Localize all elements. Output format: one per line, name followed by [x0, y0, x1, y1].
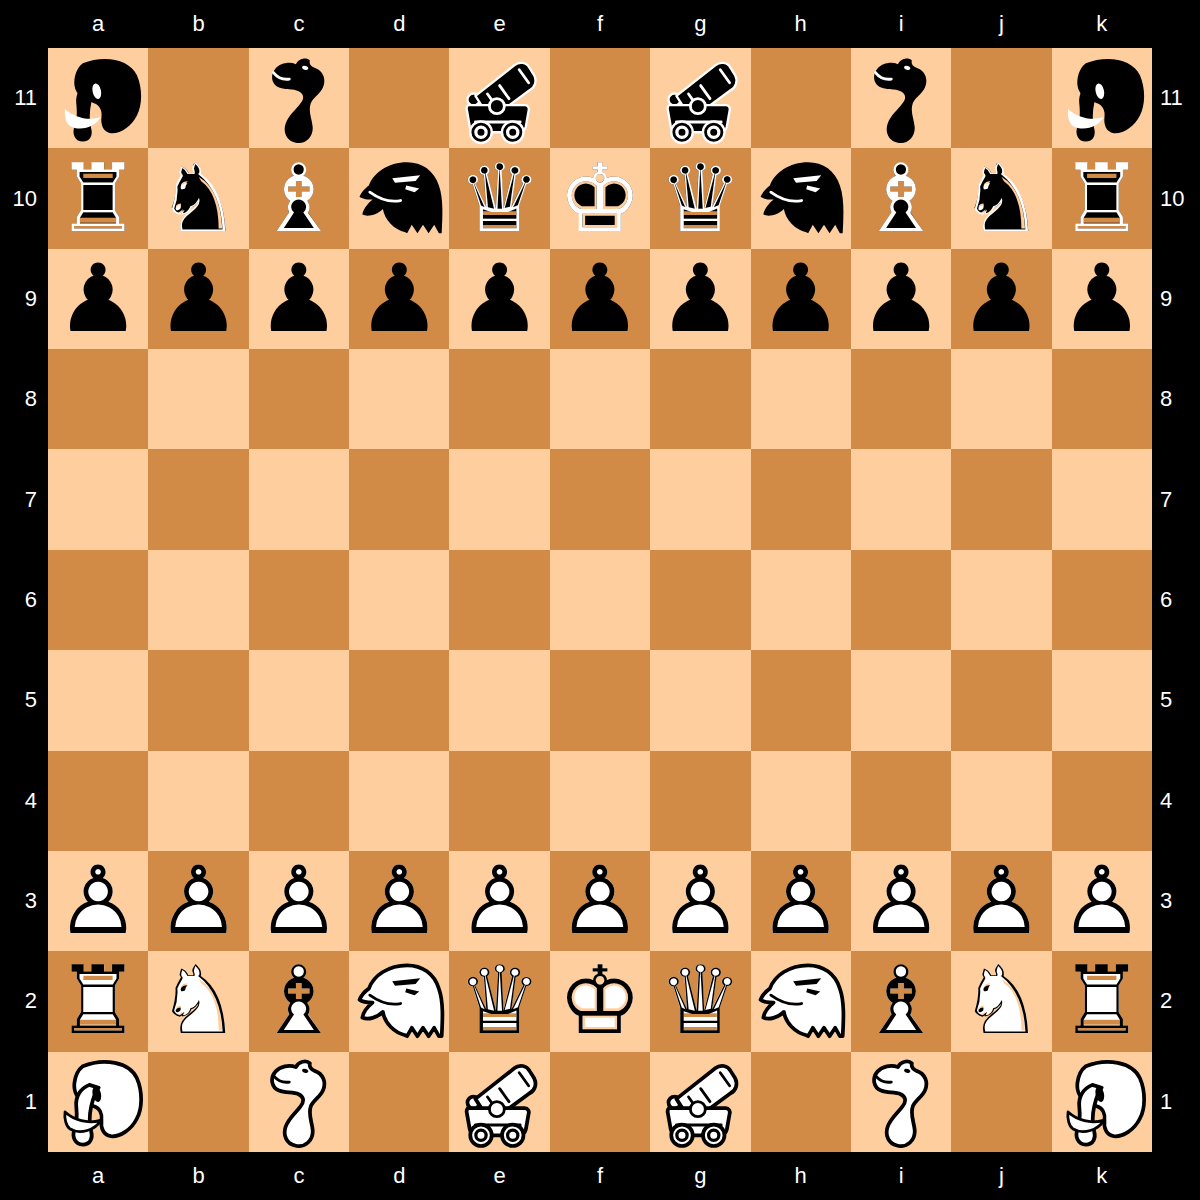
square-g5[interactable]: [650, 650, 750, 750]
square-j5[interactable]: [951, 650, 1051, 750]
file-label: a: [48, 0, 148, 48]
square-k5[interactable]: [1052, 650, 1152, 750]
file-label: b: [148, 1152, 248, 1200]
square-g8[interactable]: [650, 349, 750, 449]
square-i3[interactable]: ♟♙: [851, 851, 951, 951]
square-i9[interactable]: ♟: [851, 249, 951, 349]
piece-white-pawn[interactable]: ♟♙: [751, 851, 851, 951]
square-h2[interactable]: [751, 951, 851, 1051]
square-f6[interactable]: [550, 550, 650, 650]
square-e6[interactable]: [449, 550, 549, 650]
square-b3[interactable]: ♟♙: [148, 851, 248, 951]
square-b8[interactable]: [148, 349, 248, 449]
square-i5[interactable]: [851, 650, 951, 750]
square-i8[interactable]: [851, 349, 951, 449]
piece-white-knight[interactable]: ♞♘: [951, 951, 1051, 1051]
square-e4[interactable]: [449, 751, 549, 851]
square-e1[interactable]: [449, 1052, 549, 1152]
file-label: e: [449, 0, 549, 48]
square-h4[interactable]: [751, 751, 851, 851]
piece-white-camel[interactable]: [851, 1052, 951, 1152]
piece-white-pawn[interactable]: ♟♙: [851, 851, 951, 951]
piece-black-queen[interactable]: ♛♕: [449, 148, 549, 248]
square-a2[interactable]: ♜♖: [48, 951, 148, 1051]
square-g1[interactable]: [650, 1052, 750, 1152]
square-j1[interactable]: [951, 1052, 1051, 1152]
piece-white-elephant[interactable]: [48, 1052, 148, 1152]
piece-black-pawn[interactable]: ♟: [751, 249, 851, 349]
square-g6[interactable]: [650, 550, 750, 650]
square-b10[interactable]: ♞♘: [148, 148, 248, 248]
square-i11[interactable]: [851, 48, 951, 148]
piece-white-pawn[interactable]: ♟♙: [951, 851, 1051, 951]
piece-black-knight[interactable]: ♞♘: [148, 148, 248, 248]
rank-label: 3: [1152, 851, 1200, 951]
file-label: i: [851, 1152, 951, 1200]
square-a9[interactable]: ♟: [48, 249, 148, 349]
square-e5[interactable]: [449, 650, 549, 750]
piece-black-rook[interactable]: ♜♖: [1052, 148, 1152, 248]
square-k1[interactable]: [1052, 1052, 1152, 1152]
piece-black-camel[interactable]: [249, 48, 349, 148]
piece-white-cannon[interactable]: [650, 1052, 750, 1152]
square-c4[interactable]: [249, 751, 349, 851]
square-k11[interactable]: [1052, 48, 1152, 148]
piece-black-knight[interactable]: ♞♘: [951, 148, 1051, 248]
chess-board: ♜♖♞♘♝♗ ♛♕♚♔♛♕ ♝♗♞♘♜♖♟♟♟♟♟♟♟♟♟♟♟♟♙♟♙♟♙♟♙♟…: [48, 48, 1152, 1152]
square-c1[interactable]: [249, 1052, 349, 1152]
square-k6[interactable]: [1052, 550, 1152, 650]
square-b2[interactable]: ♞♘: [148, 951, 248, 1051]
rank-labels-left: 1110987654321: [0, 48, 48, 1152]
square-b4[interactable]: [148, 751, 248, 851]
square-d1[interactable]: [349, 1052, 449, 1152]
square-k4[interactable]: [1052, 751, 1152, 851]
piece-white-knight[interactable]: ♞♘: [148, 951, 248, 1051]
square-e11[interactable]: [449, 48, 549, 148]
square-d11[interactable]: [349, 48, 449, 148]
square-h9[interactable]: ♟: [751, 249, 851, 349]
square-f2[interactable]: ♚♔: [550, 951, 650, 1051]
piece-black-elephant[interactable]: [1052, 48, 1152, 148]
square-f4[interactable]: [550, 751, 650, 851]
square-d5[interactable]: [349, 650, 449, 750]
piece-white-eagle[interactable]: [349, 951, 449, 1051]
piece-black-bishop[interactable]: ♝♗: [851, 148, 951, 248]
square-h11[interactable]: [751, 48, 851, 148]
square-e7[interactable]: [449, 449, 549, 549]
square-f1[interactable]: [550, 1052, 650, 1152]
square-b7[interactable]: [148, 449, 248, 549]
square-a11[interactable]: [48, 48, 148, 148]
piece-white-rook[interactable]: ♜♖: [1052, 951, 1152, 1051]
square-a7[interactable]: [48, 449, 148, 549]
square-h3[interactable]: ♟♙: [751, 851, 851, 951]
piece-black-pawn[interactable]: ♟: [550, 249, 650, 349]
rank-label: 7: [1152, 449, 1200, 549]
square-j8[interactable]: [951, 349, 1051, 449]
square-a4[interactable]: [48, 751, 148, 851]
rank-label: 8: [0, 349, 48, 449]
square-c3[interactable]: ♟♙: [249, 851, 349, 951]
rank-label: 8: [1152, 349, 1200, 449]
square-k9[interactable]: ♟: [1052, 249, 1152, 349]
square-h10[interactable]: [751, 148, 851, 248]
square-f8[interactable]: [550, 349, 650, 449]
square-c2[interactable]: ♝♗: [249, 951, 349, 1051]
square-j3[interactable]: ♟♙: [951, 851, 1051, 951]
square-j7[interactable]: [951, 449, 1051, 549]
square-d8[interactable]: [349, 349, 449, 449]
file-label: b: [148, 0, 248, 48]
square-h1[interactable]: [751, 1052, 851, 1152]
rank-label: 1: [0, 1052, 48, 1152]
piece-white-pawn[interactable]: ♟♙: [249, 851, 349, 951]
piece-white-pawn[interactable]: ♟♙: [48, 851, 148, 951]
piece-black-pawn[interactable]: ♟: [349, 249, 449, 349]
square-f10[interactable]: ♚♔: [550, 148, 650, 248]
square-i6[interactable]: [851, 550, 951, 650]
square-g4[interactable]: [650, 751, 750, 851]
square-b9[interactable]: ♟: [148, 249, 248, 349]
square-d7[interactable]: [349, 449, 449, 549]
file-label: j: [951, 1152, 1051, 1200]
square-g10[interactable]: ♛♕: [650, 148, 750, 248]
square-b1[interactable]: [148, 1052, 248, 1152]
rank-label: 6: [0, 550, 48, 650]
rank-label: 1: [1152, 1052, 1200, 1152]
piece-white-queen[interactable]: ♛♕: [449, 951, 549, 1051]
square-j2[interactable]: ♞♘: [951, 951, 1051, 1051]
square-k7[interactable]: [1052, 449, 1152, 549]
square-d6[interactable]: [349, 550, 449, 650]
piece-white-pawn[interactable]: ♟♙: [550, 851, 650, 951]
square-e3[interactable]: ♟♙: [449, 851, 549, 951]
square-j11[interactable]: [951, 48, 1051, 148]
square-g7[interactable]: [650, 449, 750, 549]
piece-black-eagle[interactable]: [349, 148, 449, 248]
file-label: i: [851, 0, 951, 48]
file-label: k: [1052, 1152, 1152, 1200]
square-h7[interactable]: [751, 449, 851, 549]
rank-label: 2: [1152, 951, 1200, 1051]
file-label: g: [650, 0, 750, 48]
file-label: d: [349, 1152, 449, 1200]
piece-black-queen[interactable]: ♛♕: [650, 148, 750, 248]
square-f3[interactable]: ♟♙: [550, 851, 650, 951]
file-label: f: [550, 1152, 650, 1200]
file-label: e: [449, 1152, 549, 1200]
square-i10[interactable]: ♝♗: [851, 148, 951, 248]
file-labels-top: abcdefghijk: [48, 0, 1152, 48]
file-label: c: [249, 0, 349, 48]
piece-black-rook[interactable]: ♜♖: [48, 148, 148, 248]
square-i4[interactable]: [851, 751, 951, 851]
square-h6[interactable]: [751, 550, 851, 650]
piece-black-pawn[interactable]: ♟: [1052, 249, 1152, 349]
square-b6[interactable]: [148, 550, 248, 650]
square-a1[interactable]: [48, 1052, 148, 1152]
rank-labels-right: 1110987654321: [1152, 48, 1200, 1152]
square-k3[interactable]: ♟♙: [1052, 851, 1152, 951]
square-f9[interactable]: ♟: [550, 249, 650, 349]
square-d2[interactable]: [349, 951, 449, 1051]
square-a8[interactable]: [48, 349, 148, 449]
square-j6[interactable]: [951, 550, 1051, 650]
rank-label: 4: [1152, 751, 1200, 851]
square-e10[interactable]: ♛♕: [449, 148, 549, 248]
square-f11[interactable]: [550, 48, 650, 148]
piece-white-rook[interactable]: ♜♖: [48, 951, 148, 1051]
square-d4[interactable]: [349, 751, 449, 851]
file-labels-bottom: abcdefghijk: [48, 1152, 1152, 1200]
piece-black-cannon[interactable]: [449, 48, 549, 148]
rank-label: 3: [0, 851, 48, 951]
piece-white-pawn[interactable]: ♟♙: [449, 851, 549, 951]
board-diagram: abcdefghijk abcdefghijk 1110987654321 11…: [0, 0, 1200, 1200]
square-h8[interactable]: [751, 349, 851, 449]
square-c11[interactable]: [249, 48, 349, 148]
piece-white-pawn[interactable]: ♟♙: [650, 851, 750, 951]
piece-white-bishop[interactable]: ♝♗: [249, 951, 349, 1051]
file-label: f: [550, 0, 650, 48]
piece-black-eagle[interactable]: [751, 148, 851, 248]
rank-label: 9: [1152, 249, 1200, 349]
rank-label: 10: [1152, 148, 1200, 248]
file-label: j: [951, 0, 1051, 48]
square-f7[interactable]: [550, 449, 650, 549]
square-g11[interactable]: [650, 48, 750, 148]
square-j4[interactable]: [951, 751, 1051, 851]
square-c8[interactable]: [249, 349, 349, 449]
square-i2[interactable]: ♝♗: [851, 951, 951, 1051]
square-j9[interactable]: ♟: [951, 249, 1051, 349]
rank-label: 11: [0, 48, 48, 148]
square-g3[interactable]: ♟♙: [650, 851, 750, 951]
square-e8[interactable]: [449, 349, 549, 449]
piece-white-cannon[interactable]: [449, 1052, 549, 1152]
file-label: d: [349, 0, 449, 48]
piece-black-pawn[interactable]: ♟: [249, 249, 349, 349]
rank-label: 11: [1152, 48, 1200, 148]
rank-label: 7: [0, 449, 48, 549]
square-f5[interactable]: [550, 650, 650, 750]
square-c6[interactable]: [249, 550, 349, 650]
piece-white-pawn[interactable]: ♟♙: [349, 851, 449, 951]
rank-label: 5: [0, 650, 48, 750]
square-c7[interactable]: [249, 449, 349, 549]
piece-white-king[interactable]: ♚♔: [550, 951, 650, 1051]
file-label: h: [751, 0, 851, 48]
square-k8[interactable]: [1052, 349, 1152, 449]
rank-label: 5: [1152, 650, 1200, 750]
piece-black-pawn[interactable]: ♟: [148, 249, 248, 349]
piece-black-pawn[interactable]: ♟: [951, 249, 1051, 349]
piece-black-king[interactable]: ♚♔: [550, 148, 650, 248]
rank-label: 2: [0, 951, 48, 1051]
square-a10[interactable]: ♜♖: [48, 148, 148, 248]
rank-label: 6: [1152, 550, 1200, 650]
file-label: g: [650, 1152, 750, 1200]
square-c5[interactable]: [249, 650, 349, 750]
piece-white-pawn[interactable]: ♟♙: [148, 851, 248, 951]
square-i1[interactable]: [851, 1052, 951, 1152]
rank-label: 9: [0, 249, 48, 349]
rank-label: 4: [0, 751, 48, 851]
piece-black-pawn[interactable]: ♟: [650, 249, 750, 349]
piece-white-eagle[interactable]: [751, 951, 851, 1051]
square-b5[interactable]: [148, 650, 248, 750]
file-label: c: [249, 1152, 349, 1200]
square-d9[interactable]: ♟: [349, 249, 449, 349]
square-a3[interactable]: ♟♙: [48, 851, 148, 951]
file-label: h: [751, 1152, 851, 1200]
square-a5[interactable]: [48, 650, 148, 750]
piece-black-camel[interactable]: [851, 48, 951, 148]
square-k10[interactable]: ♜♖: [1052, 148, 1152, 248]
piece-black-cannon[interactable]: [650, 48, 750, 148]
square-g9[interactable]: ♟: [650, 249, 750, 349]
square-c9[interactable]: ♟: [249, 249, 349, 349]
piece-black-pawn[interactable]: ♟: [48, 249, 148, 349]
square-a6[interactable]: [48, 550, 148, 650]
square-e9[interactable]: ♟: [449, 249, 549, 349]
piece-black-elephant[interactable]: [48, 48, 148, 148]
square-h5[interactable]: [751, 650, 851, 750]
square-j10[interactable]: ♞♘: [951, 148, 1051, 248]
piece-black-pawn[interactable]: ♟: [449, 249, 549, 349]
piece-black-pawn[interactable]: ♟: [851, 249, 951, 349]
piece-black-bishop[interactable]: ♝♗: [249, 148, 349, 248]
square-d3[interactable]: ♟♙: [349, 851, 449, 951]
piece-white-pawn[interactable]: ♟♙: [1052, 851, 1152, 951]
piece-white-queen[interactable]: ♛♕: [650, 951, 750, 1051]
piece-white-elephant[interactable]: [1052, 1052, 1152, 1152]
piece-white-bishop[interactable]: ♝♗: [851, 951, 951, 1051]
square-c10[interactable]: ♝♗: [249, 148, 349, 248]
square-b11[interactable]: [148, 48, 248, 148]
piece-white-camel[interactable]: [249, 1052, 349, 1152]
rank-label: 10: [0, 148, 48, 248]
square-e2[interactable]: ♛♕: [449, 951, 549, 1051]
square-i7[interactable]: [851, 449, 951, 549]
file-label: a: [48, 1152, 148, 1200]
square-g2[interactable]: ♛♕: [650, 951, 750, 1051]
file-label: k: [1052, 0, 1152, 48]
square-k2[interactable]: ♜♖: [1052, 951, 1152, 1051]
square-d10[interactable]: [349, 148, 449, 248]
